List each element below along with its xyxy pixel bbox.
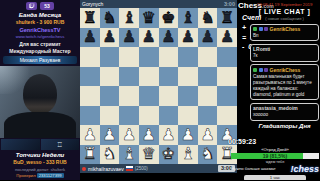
chat-message: anastasia_medoimхооооо [250,103,319,121]
chat-badge-icon [264,68,268,72]
player-rating: (2500) [135,166,148,171]
russia-flag-icon [126,166,133,171]
square-b4[interactable] [100,86,120,106]
black-knight: ♞ [102,10,116,26]
square-a7[interactable]: ♟ [80,28,100,48]
channel-name: GenrikChessTV [20,27,61,33]
chat-text: Самая маленькая будет разыгрываться по 1… [253,74,316,98]
sub-goal-widget: «Отряд Двей» 19 (81,5%) ждем тебя Нужно … [230,147,320,180]
square-b5[interactable] [100,67,120,87]
square-b8[interactable]: ♞ [100,8,120,28]
goal-title: «Отряд Двей» [230,147,320,152]
chess-piece-ad-icon: ♖ [57,141,63,148]
chat-username: anastasia_medoim [253,105,298,111]
square-g1[interactable]: ♞ [198,145,218,165]
square-e6[interactable] [159,47,179,67]
white-queen: ♛ [142,146,156,162]
white-pawn: ♟ [102,127,116,143]
chat-message-header: LRomti [253,46,316,52]
square-d3[interactable] [139,106,159,126]
square-e8[interactable]: ♚ [159,8,179,28]
square-a3[interactable] [80,106,100,126]
black-bishop: ♝ [122,10,136,26]
square-g3[interactable] [198,106,218,126]
record-dot-icon [82,167,86,171]
white-pawn: ♟ [122,127,136,143]
black-rook: ♜ [220,10,234,26]
square-d7[interactable]: ♟ [139,28,159,48]
black-pawn: ♟ [181,29,195,45]
black-king: ♚ [161,10,175,26]
player-name: mikhailrazuvaev [88,166,124,172]
square-c5[interactable] [119,67,139,87]
streamer-title: Международный Мастер [9,48,70,54]
square-a6[interactable] [80,47,100,67]
black-pawn: ♟ [142,29,156,45]
player-bar: mikhailrazuvaev (2500) 3:00 [80,164,237,173]
square-d1[interactable]: ♛ [139,145,159,165]
chat-badge-icon [259,68,263,72]
square-c7[interactable]: ♟ [119,28,139,48]
black-pawn: ♟ [200,29,214,45]
square-c2[interactable]: ♟ [119,125,139,145]
square-f4[interactable] [178,86,198,106]
square-h5[interactable] [217,67,237,87]
square-e2[interactable]: ♟ [159,125,179,145]
square-a2[interactable]: ♟ [80,125,100,145]
square-e5[interactable] [159,67,179,87]
white-bishop: ♝ [181,146,195,162]
white-bishop: ♝ [122,146,136,162]
black-pawn: ♟ [161,29,175,45]
square-h3[interactable] [217,106,237,126]
black-pawn: ♟ [83,29,97,45]
chat-badge-icon [264,27,268,31]
square-f6[interactable] [178,47,198,67]
ad-banner: ♖ [1,139,79,150]
chat-panel: 22:08:41 19 September 2019 [ LIVE CHAT ]… [250,0,319,129]
chat-username: LRomti [253,46,270,52]
chat-text: хооооо [253,112,316,118]
chat-message: GenrikChessВп [250,24,319,42]
white-pawn: ♟ [200,127,214,143]
gladiators-title: Гладиаторы Дня [250,123,319,129]
stream-timer: 00:59:23 [228,138,256,145]
streamer-shoulders [4,112,76,138]
square-d5[interactable] [139,67,159,87]
stream-datetime: 22:08:41 19 September 2019 [250,2,319,7]
chat-username: GenrikChess [270,26,301,32]
square-d2[interactable]: ♟ [139,125,159,145]
streams-for-you-label: Для вас стримит [19,41,61,47]
square-d4[interactable] [139,86,159,106]
chat-text: Вп [253,33,316,39]
square-e3[interactable] [159,106,179,126]
square-h6[interactable] [217,47,237,67]
square-b1[interactable]: ♞ [100,145,120,165]
square-g8[interactable]: ♞ [198,8,218,28]
black-queen: ♛ [142,10,156,26]
black-pawn: ♟ [220,29,234,45]
black-rook: ♜ [83,10,97,26]
square-f2[interactable]: ♟ [178,125,198,145]
black-pawn: ♟ [102,29,116,45]
square-g4[interactable] [198,86,218,106]
square-a5[interactable] [80,67,100,87]
square-b7[interactable]: ♟ [100,28,120,48]
white-knight: ♞ [102,146,116,162]
viewer-count: 53 [40,2,54,10]
square-a1[interactable]: ♜ [80,145,100,165]
square-f8[interactable]: ♝ [178,8,198,28]
square-d8[interactable]: ♛ [139,8,159,28]
chat-badge-icon [259,27,263,31]
chat-username: GenrikChess [270,67,301,73]
twitch-icon [26,2,37,10]
square-c8[interactable]: ♝ [119,8,139,28]
opponent-bar: Gorynych 3:00 [80,0,237,8]
chess-board[interactable]: ♜♞♝♛♚♝♞♜♟♟♟♟♟♟♟♟♟♟♟♟♟♟♟♟♜♞♝♛♚♝♞♜ [80,8,237,164]
square-b6[interactable] [100,47,120,67]
stream-sidebar: 53 Банда Месяца shulterk - 3 900 RUB Gen… [0,0,80,180]
square-a8[interactable]: ♜ [80,8,100,28]
black-knight: ♞ [200,10,214,26]
white-rook: ♜ [83,146,97,162]
square-f3[interactable] [178,106,198,126]
square-b2[interactable]: ♟ [100,125,120,145]
white-knight: ♞ [200,146,214,162]
webcam-video [0,66,80,138]
chat-messages[interactable]: GenrikChessВпLRomti7кGenrikChessСамая ма… [250,24,319,121]
platform-badges: 53 [26,2,54,10]
ad-tile-left [1,139,40,150]
square-g2[interactable]: ♟ [198,125,218,145]
square-g6[interactable] [198,47,218,67]
square-h8[interactable]: ♜ [217,8,237,28]
square-b3[interactable] [100,106,120,126]
square-e4[interactable] [159,86,179,106]
live-chat-title: [ LIVE CHAT ] [250,8,319,15]
ticker2-label: Проверил [16,173,35,178]
square-f5[interactable] [178,67,198,87]
square-e7[interactable]: ♟ [159,28,179,48]
chat-message-header: anastasia_medoim [253,105,316,111]
opponent-clock: 3:00 [224,1,235,7]
channel-url[interactable]: www.twitch.tv/genrikchess [16,34,65,39]
ticker-line2: Проверил 2331127399 [16,173,63,178]
chat-note: ( новые сообщения ) [250,16,319,21]
tops-of-week-donor: BuD_wesso - 333 RUB [13,159,66,165]
goal-subtitle: Нужно больше шахмат [231,166,276,171]
square-h7[interactable]: ♟ [217,28,237,48]
white-pawn: ♟ [142,127,156,143]
square-a4[interactable] [80,86,100,106]
chess-area: Gorynych 3:00 ♜♞♝♛♚♝♞♜♟♟♟♟♟♟♟♟♟♟♟♟♟♟♟♟♜♞… [80,0,237,180]
square-c6[interactable] [119,47,139,67]
goal-command-row: Нужно больше шахмат !chess [230,164,320,174]
black-bishop: ♝ [181,10,195,26]
ticker2-value: 2331127399 [37,173,64,178]
square-h4[interactable] [217,86,237,106]
square-d6[interactable] [139,47,159,67]
square-c1[interactable]: ♝ [119,145,139,165]
band-of-month-title: Банда Месяца [19,12,61,18]
white-pawn: ♟ [83,127,97,143]
goal-progress-text: 19 (81,5%) [231,153,319,160]
streamer-head [23,74,57,114]
band-of-month-donor: shulterk - 3 900 RUB [16,19,65,25]
chat-message-header: GenrikChess [253,26,316,32]
white-king: ♚ [161,146,175,162]
goal-progress-bar: 19 (81,5%) [231,153,319,160]
tops-of-week-title: Топчики Недели [16,152,65,158]
white-pawn: ♟ [181,127,195,143]
opponent-name: Gorynych [82,1,103,7]
chat-message: LRomti7к [250,44,319,62]
square-g7[interactable]: ♟ [198,28,218,48]
ad-tile-right: ♖ [41,139,80,150]
chat-badge-icon [253,27,257,31]
ticker-line1: последний донат: shulterk [15,167,65,172]
chat-message: GenrikChessСамая маленькая будет разыгры… [250,64,319,100]
square-f1[interactable]: ♝ [178,145,198,165]
square-g5[interactable] [198,67,218,87]
streamer-name: Михаил Разуваев [3,56,77,64]
chat-command: !chess [290,164,319,174]
chat-badge-icon [253,68,257,72]
stream-screen: Gorynych 3:00 ♜♞♝♛♚♝♞♜♟♟♟♟♟♟♟♟♟♟♟♟♟♟♟♟♜♞… [0,0,320,180]
square-c3[interactable] [119,106,139,126]
black-pawn: ♟ [122,29,136,45]
chat-text: 7к [253,53,316,59]
white-pawn: ♟ [161,127,175,143]
square-e1[interactable]: ♚ [159,145,179,165]
square-c4[interactable] [119,86,139,106]
square-f7[interactable]: ♟ [178,28,198,48]
goal-footer-button[interactable]: 1 час [244,175,306,181]
chat-message-header: GenrikChess [253,67,316,73]
